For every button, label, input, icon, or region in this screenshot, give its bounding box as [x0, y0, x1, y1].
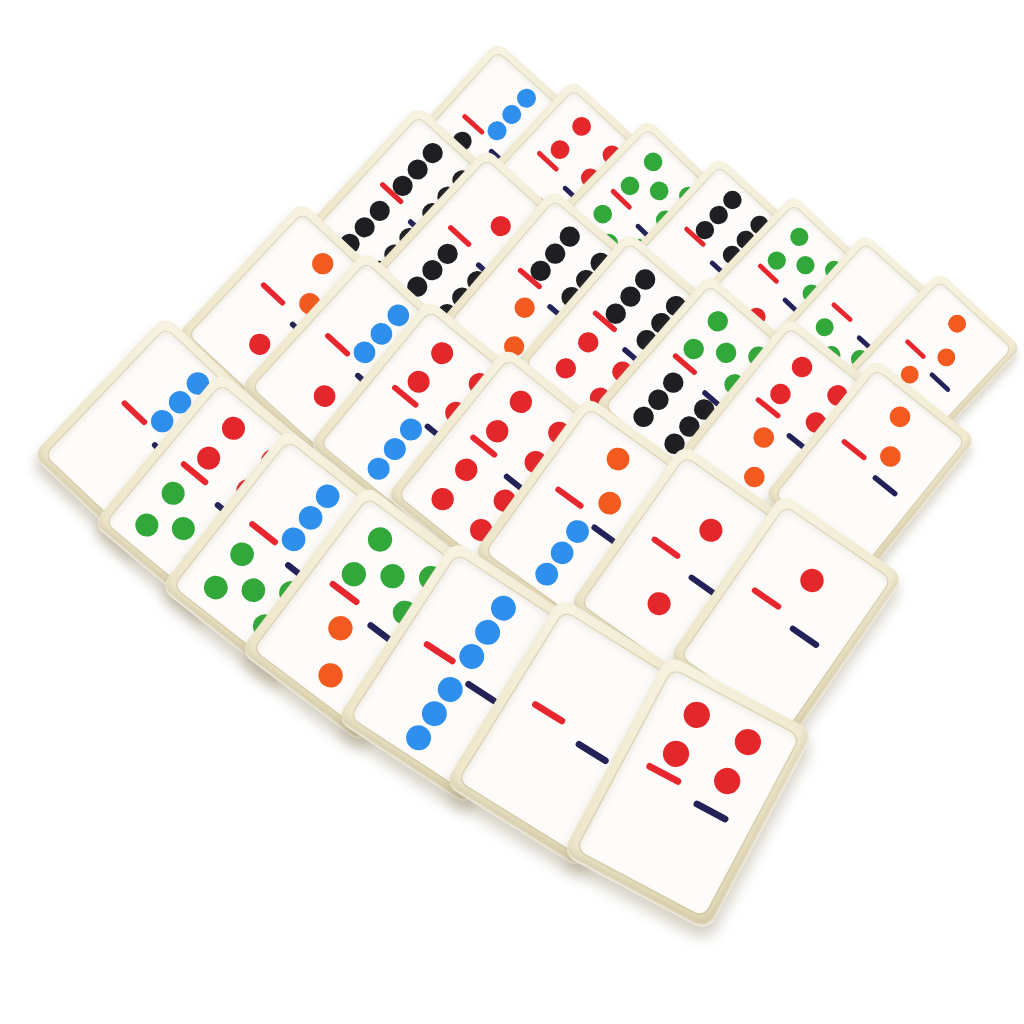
- pip: [510, 293, 539, 322]
- pip: [193, 441, 225, 473]
- pip: [796, 564, 829, 597]
- pip: [945, 311, 970, 336]
- pip: [504, 387, 535, 418]
- pip: [157, 477, 189, 509]
- pip: [337, 557, 371, 591]
- pip: [217, 412, 249, 444]
- pip: [787, 353, 816, 382]
- pip: [375, 559, 409, 593]
- pip: [695, 515, 727, 547]
- pip: [427, 338, 458, 369]
- pip: [547, 136, 574, 163]
- pip: [482, 415, 513, 446]
- pip: [225, 537, 258, 570]
- pip: [404, 366, 435, 397]
- pip: [749, 422, 778, 451]
- pip: [308, 248, 338, 278]
- pip: [766, 379, 795, 408]
- pip: [934, 345, 959, 370]
- pip: [450, 455, 481, 486]
- pip: [130, 509, 162, 541]
- pip: [314, 658, 348, 692]
- pip: [594, 488, 626, 520]
- pip: [401, 721, 436, 756]
- pip: [787, 224, 813, 250]
- pip: [812, 314, 837, 339]
- pip: [703, 306, 732, 335]
- pip: [199, 571, 232, 604]
- pip: [552, 354, 581, 383]
- pip: [712, 338, 741, 367]
- pip: [603, 442, 635, 474]
- pip: [574, 329, 603, 358]
- pip: [236, 573, 269, 606]
- pip: [617, 173, 643, 199]
- pip: [886, 402, 915, 431]
- pip: [363, 522, 397, 556]
- pip: [427, 483, 458, 514]
- pip: [646, 177, 672, 203]
- pip: [309, 381, 340, 412]
- pip: [659, 736, 694, 771]
- pip: [679, 335, 708, 364]
- pip: [764, 248, 790, 274]
- pip: [643, 588, 675, 620]
- pip: [640, 148, 666, 174]
- pip: [323, 610, 357, 644]
- pip: [167, 512, 199, 544]
- pip: [454, 640, 489, 675]
- pip: [679, 698, 714, 733]
- pip: [710, 763, 745, 798]
- pip: [730, 725, 765, 760]
- pip: [876, 443, 905, 472]
- pip: [568, 114, 595, 141]
- dominoes-board-photo: [0, 0, 1024, 1024]
- pip: [793, 253, 819, 279]
